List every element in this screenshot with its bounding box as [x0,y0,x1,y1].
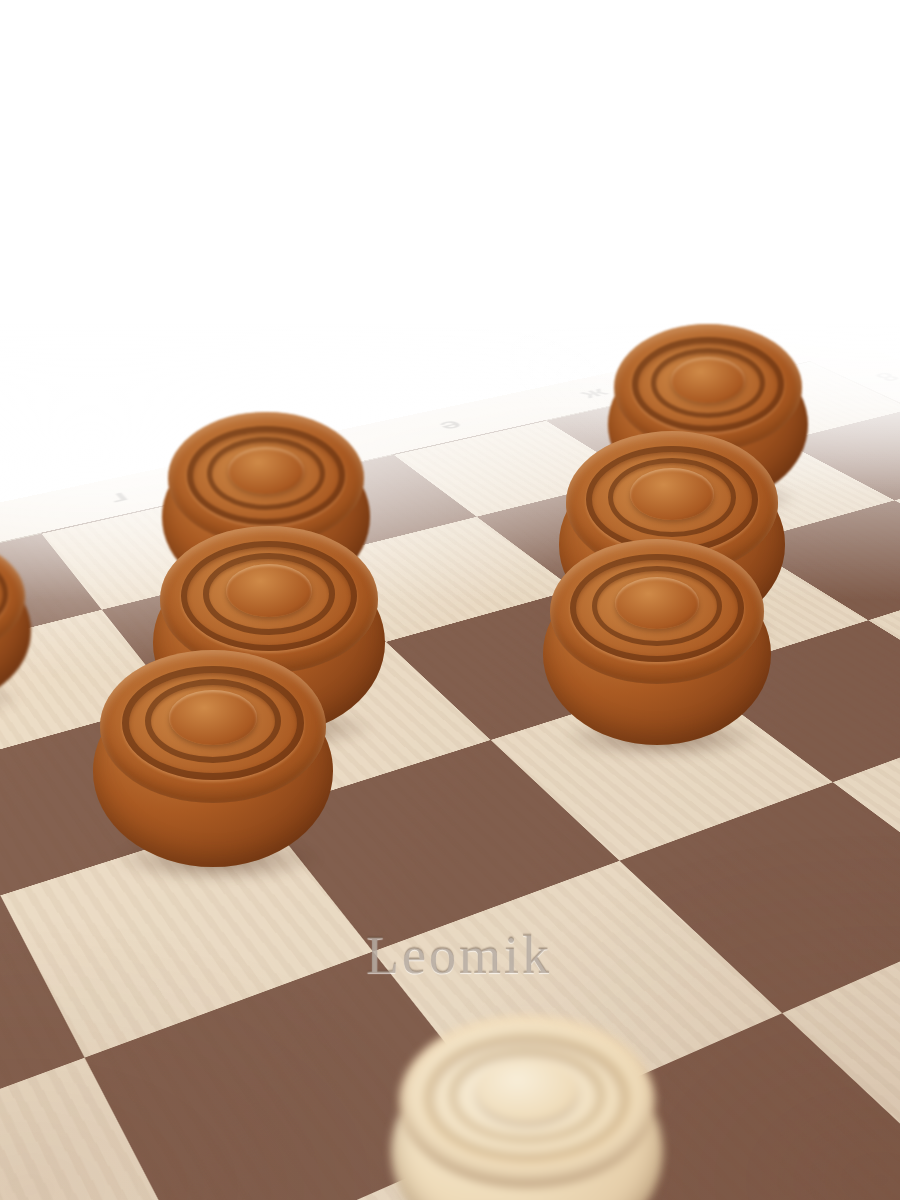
pieces-layer [0,0,900,1200]
dark-man-5[interactable] [543,539,771,756]
light-man-1[interactable] [391,1015,663,1200]
piece-ground-shadow [0,675,45,722]
piece-center-boss [630,468,714,520]
piece-center-boss [615,577,699,629]
piece-center-boss [477,1060,578,1122]
piece-center-boss [169,690,258,745]
dark-man-7[interactable] [0,538,31,714]
piece-center-boss [226,564,312,617]
piece-center-boss [671,357,745,403]
board-photo-scene: абвгдежз 87654321 Leomik [0,0,900,1200]
dark-man-6[interactable] [93,650,333,878]
